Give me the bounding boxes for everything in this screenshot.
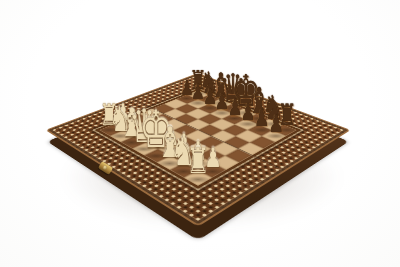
board-top bbox=[45, 73, 350, 227]
board-perspective bbox=[90, 22, 306, 238]
chess-set-photo: ♜♞♝♛♚♝♞♜♟♟♟♟♟♟♟♟♟♟♟♟♟♟♟♟♜♞♝♛♚♝♞♜ bbox=[0, 0, 400, 267]
board-grid bbox=[95, 89, 301, 189]
